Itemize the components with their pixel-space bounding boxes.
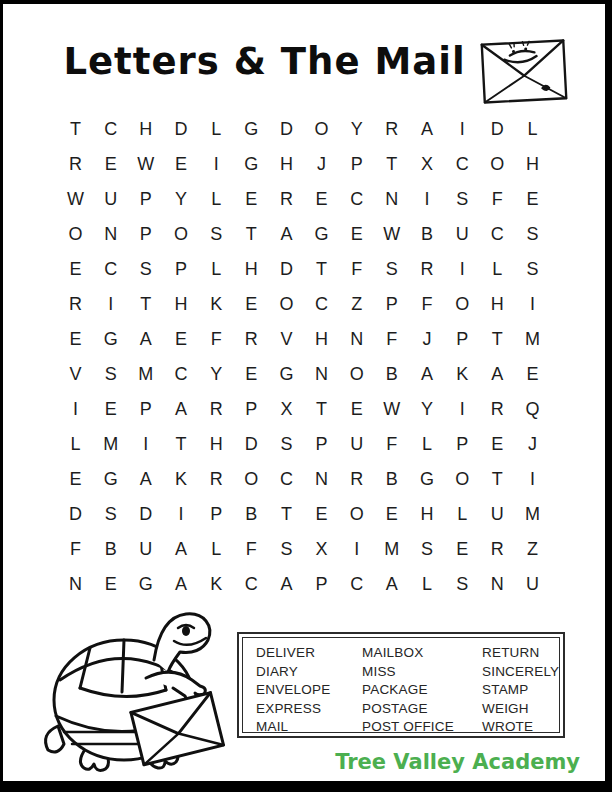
grid-cell-r8c5[interactable]: Y [199,357,234,392]
page-title: Letters & The Mail [42,40,487,83]
grid-cell-r10c2[interactable]: M [93,427,128,462]
grid-cell-r13c6[interactable]: F [234,532,269,567]
grid-cell-r1c9[interactable]: Y [339,112,374,147]
grid-cell-r2c5[interactable]: I [199,147,234,182]
grid-cell-r7c9[interactable]: N [339,322,374,357]
footer-brand: Tree Valley Academy [335,750,580,774]
grid-cell-r3c5[interactable]: L [199,182,234,217]
grid-cell-r12c7[interactable]: T [269,497,304,532]
grid-cell-r7c13[interactable]: T [480,322,515,357]
word-list-item: MAILBOX [362,644,482,663]
grid-cell-r7c10[interactable]: F [374,322,409,357]
grid-cell-r10c9[interactable]: U [339,427,374,462]
grid-cell-r11c6[interactable]: O [234,462,269,497]
grid-cell-r13c10[interactable]: M [374,532,409,567]
grid-cell-r3c4[interactable]: Y [163,182,198,217]
grid-cell-r7c12[interactable]: P [445,322,480,357]
grid-cell-r6c14[interactable]: I [515,287,550,322]
grid-cell-r1c5[interactable]: L [199,112,234,147]
grid-cell-r6c11[interactable]: F [409,287,444,322]
grid-cell-r13c2[interactable]: B [93,532,128,567]
grid-cell-r1c6[interactable]: G [234,112,269,147]
grid-cell-r11c1[interactable]: E [58,462,93,497]
grid-cell-r5c2[interactable]: C [93,252,128,287]
grid-cell-r5c7[interactable]: D [269,252,304,287]
grid-cell-r7c3[interactable]: A [128,322,163,357]
grid-cell-r11c14[interactable]: I [515,462,550,497]
grid-cell-r8c9[interactable]: O [339,357,374,392]
word-list-item: MAIL [256,718,362,737]
grid-cell-r3c12[interactable]: S [445,182,480,217]
grid-cell-r4c2[interactable]: N [93,217,128,252]
grid-cell-r8c14[interactable]: E [515,357,550,392]
grid-cell-r12c5[interactable]: P [199,497,234,532]
grid-cell-r14c13[interactable]: N [480,567,515,602]
grid-cell-r5c14[interactable]: S [515,252,550,287]
grid-cell-r7c7[interactable]: V [269,322,304,357]
grid-cell-r2c14[interactable]: H [515,147,550,182]
grid-cell-r13c5[interactable]: L [199,532,234,567]
word-list-item: EXPRESS [256,700,362,719]
grid-cell-r3c3[interactable]: P [128,182,163,217]
grid-cell-r10c7[interactable]: S [269,427,304,462]
word-list-box: DELIVERDIARYENVELOPEEXPRESSMAILMAILBOXMI… [237,632,565,738]
grid-cell-r6c7[interactable]: O [269,287,304,322]
grid-cell-r4c7[interactable]: A [269,217,304,252]
grid-cell-r6c8[interactable]: C [304,287,339,322]
grid-cell-r3c6[interactable]: E [234,182,269,217]
word-list-item: PACKAGE [362,681,482,700]
grid-cell-r1c12[interactable]: I [445,112,480,147]
grid-cell-r13c3[interactable]: U [128,532,163,567]
grid-cell-r12c12[interactable]: L [445,497,480,532]
grid-cell-r4c8[interactable]: G [304,217,339,252]
grid-cell-r4c4[interactable]: O [163,217,198,252]
grid-cell-r10c11[interactable]: L [409,427,444,462]
grid-cell-r13c12[interactable]: E [445,532,480,567]
grid-cell-r6c5[interactable]: K [199,287,234,322]
grid-cell-r12c9[interactable]: O [339,497,374,532]
grid-cell-r14c11[interactable]: L [409,567,444,602]
grid-cell-r9c14[interactable]: Q [515,392,550,427]
grid-cell-r13c13[interactable]: R [480,532,515,567]
grid-cell-r13c9[interactable]: I [339,532,374,567]
grid-cell-r5c9[interactable]: F [339,252,374,287]
grid-cell-r6c3[interactable]: T [128,287,163,322]
grid-cell-r2c12[interactable]: C [445,147,480,182]
grid-cell-r6c4[interactable]: H [163,287,198,322]
grid-cell-r14c7[interactable]: A [269,567,304,602]
grid-cell-r9c10[interactable]: W [374,392,409,427]
grid-cell-r2c4[interactable]: E [163,147,198,182]
word-list-item: MISS [362,663,482,682]
grid-cell-r10c5[interactable]: H [199,427,234,462]
word-list-item: WEIGH [482,700,559,719]
grid-cell-r8c11[interactable]: A [409,357,444,392]
grid-cell-r6c6[interactable]: E [234,287,269,322]
grid-cell-r4c3[interactable]: P [128,217,163,252]
grid-cell-r9c7[interactable]: X [269,392,304,427]
grid-cell-r9c3[interactable]: P [128,392,163,427]
grid-cell-r6c2[interactable]: I [93,287,128,322]
grid-cell-r11c9[interactable]: R [339,462,374,497]
grid-cell-r3c8[interactable]: E [304,182,339,217]
grid-cell-r12c6[interactable]: B [234,497,269,532]
grid-cell-r12c13[interactable]: U [480,497,515,532]
grid-cell-r3c14[interactable]: E [515,182,550,217]
grid-cell-r5c13[interactable]: L [480,252,515,287]
grid-cell-r5c12[interactable]: I [445,252,480,287]
grid-cell-r11c3[interactable]: A [128,462,163,497]
grid-cell-r1c4[interactable]: D [163,112,198,147]
grid-cell-r3c13[interactable]: F [480,182,515,217]
grid-cell-r14c9[interactable]: C [339,567,374,602]
word-list-item: POST OFFICE [362,718,482,737]
grid-cell-r8c4[interactable]: C [163,357,198,392]
grid-cell-r7c5[interactable]: F [199,322,234,357]
grid-cell-r12c14[interactable]: M [515,497,550,532]
grid-cell-r1c2[interactable]: C [93,112,128,147]
word-list-item: ENVELOPE [256,681,362,700]
grid-cell-r9c8[interactable]: T [304,392,339,427]
grid-cell-r2c8[interactable]: J [304,147,339,182]
grid-cell-r13c11[interactable]: S [409,532,444,567]
grid-cell-r2c13[interactable]: O [480,147,515,182]
grid-cell-r8c13[interactable]: A [480,357,515,392]
grid-cell-r4c6[interactable]: T [234,217,269,252]
grid-cell-r8c2[interactable]: S [93,357,128,392]
grid-cell-r4c5[interactable]: S [199,217,234,252]
grid-cell-r10c3[interactable]: I [128,427,163,462]
grid-cell-r11c5[interactable]: R [199,462,234,497]
grid-cell-r8c3[interactable]: M [128,357,163,392]
grid-cell-r6c1[interactable]: R [58,287,93,322]
grid-cell-r8c7[interactable]: G [269,357,304,392]
grid-cell-r5c6[interactable]: H [234,252,269,287]
grid-cell-r14c3[interactable]: G [128,567,163,602]
grid-cell-r9c6[interactable]: P [234,392,269,427]
grid-cell-r9c9[interactable]: E [339,392,374,427]
grid-cell-r10c8[interactable]: P [304,427,339,462]
grid-cell-r8c10[interactable]: B [374,357,409,392]
grid-cell-r13c4[interactable]: A [163,532,198,567]
grid-cell-r4c10[interactable]: W [374,217,409,252]
grid-cell-r1c8[interactable]: O [304,112,339,147]
word-list-item: RETURN [482,644,559,663]
grid-cell-r4c13[interactable]: C [480,217,515,252]
turtle-carrying-letter [28,608,238,780]
grid-cell-r4c12[interactable]: U [445,217,480,252]
grid-cell-r2c3[interactable]: W [128,147,163,182]
grid-cell-r10c12[interactable]: P [445,427,480,462]
grid-cell-r10c10[interactable]: F [374,427,409,462]
grid-cell-r12c2[interactable]: S [93,497,128,532]
grid-cell-r9c2[interactable]: E [93,392,128,427]
grid-cell-r6c12[interactable]: O [445,287,480,322]
grid-cell-r1c3[interactable]: H [128,112,163,147]
worksheet-page: Letters & The Mail TCHDLGDOYRAIDLREWEIGH… [0,0,612,792]
word-list-item: WROTE [482,718,559,737]
word-list-column: DELIVERDIARYENVELOPEEXPRESSMAIL [256,644,362,737]
grid-cell-r1c10[interactable]: R [374,112,409,147]
grid-cell-r2c6[interactable]: G [234,147,269,182]
grid-cell-r2c9[interactable]: P [339,147,374,182]
grid-cell-r10c14[interactable]: J [515,427,550,462]
grid-cell-r9c13[interactable]: R [480,392,515,427]
grid-cell-r13c7[interactable]: S [269,532,304,567]
grid-cell-r7c2[interactable]: G [93,322,128,357]
grid-cell-r14c8[interactable]: P [304,567,339,602]
grid-cell-r3c11[interactable]: I [409,182,444,217]
grid-cell-r1c11[interactable]: A [409,112,444,147]
grid-cell-r7c6[interactable]: R [234,322,269,357]
grid-cell-r12c8[interactable]: E [304,497,339,532]
word-list-item: SINCERELY [482,663,559,682]
grid-cell-r8c8[interactable]: N [304,357,339,392]
grid-cell-r13c8[interactable]: X [304,532,339,567]
grid-cell-r8c6[interactable]: E [234,357,269,392]
grid-cell-r6c9[interactable]: Z [339,287,374,322]
word-list-column: MAILBOXMISSPACKAGEPOSTAGEPOST OFFICE [362,644,482,737]
grid-cell-r8c1[interactable]: V [58,357,93,392]
grid-cell-r12c1[interactable]: D [58,497,93,532]
grid-cell-r6c10[interactable]: P [374,287,409,322]
grid-cell-r13c14[interactable]: Z [515,532,550,567]
grid-cell-r13c1[interactable]: F [58,532,93,567]
grid-cell-r10c6[interactable]: D [234,427,269,462]
grid-cell-r14c1[interactable]: N [58,567,93,602]
grid-cell-r5c11[interactable]: R [409,252,444,287]
grid-cell-r3c7[interactable]: R [269,182,304,217]
grid-cell-r4c11[interactable]: B [409,217,444,252]
grid-cell-r11c12[interactable]: O [445,462,480,497]
grid-cell-r1c7[interactable]: D [269,112,304,147]
grid-cell-r2c2[interactable]: E [93,147,128,182]
grid-cell-r12c4[interactable]: I [163,497,198,532]
grid-cell-r7c8[interactable]: H [304,322,339,357]
word-list-column: RETURNSINCERELYSTAMPWEIGHWROTE [482,644,559,737]
grid-cell-r12c10[interactable]: E [374,497,409,532]
grid-cell-r5c3[interactable]: S [128,252,163,287]
grid-cell-r11c11[interactable]: G [409,462,444,497]
grid-cell-r2c1[interactable]: R [58,147,93,182]
grid-cell-r9c12[interactable]: I [445,392,480,427]
grid-cell-r14c4[interactable]: A [163,567,198,602]
word-search-grid: TCHDLGDOYRAIDLREWEIGHJPTXCOHWUPYLERECNIS… [58,112,550,602]
grid-cell-r10c1[interactable]: L [58,427,93,462]
grid-cell-r8c12[interactable]: K [445,357,480,392]
grid-cell-r5c4[interactable]: P [163,252,198,287]
grid-cell-r2c10[interactable]: T [374,147,409,182]
grid-cell-r7c1[interactable]: E [58,322,93,357]
grid-cell-r7c14[interactable]: M [515,322,550,357]
grid-cell-r1c14[interactable]: L [515,112,550,147]
grid-cell-r14c5[interactable]: K [199,567,234,602]
grid-cell-r1c13[interactable]: D [480,112,515,147]
grid-cell-r12c3[interactable]: D [128,497,163,532]
grid-cell-r14c2[interactable]: E [93,567,128,602]
grid-cell-r4c9[interactable]: E [339,217,374,252]
grid-cell-r3c9[interactable]: C [339,182,374,217]
grid-cell-r5c5[interactable]: L [199,252,234,287]
smiling-envelope-icon [476,34,572,108]
grid-cell-r7c11[interactable]: J [409,322,444,357]
word-list-item: DIARY [256,663,362,682]
grid-cell-r3c10[interactable]: N [374,182,409,217]
grid-cell-r14c6[interactable]: C [234,567,269,602]
grid-cell-r10c13[interactable]: E [480,427,515,462]
grid-cell-r11c13[interactable]: T [480,462,515,497]
grid-cell-r1c1[interactable]: T [58,112,93,147]
word-list-item: DELIVER [256,644,362,663]
grid-cell-r6c13[interactable]: H [480,287,515,322]
grid-cell-r11c2[interactable]: G [93,462,128,497]
grid-cell-r5c8[interactable]: T [304,252,339,287]
grid-cell-r5c10[interactable]: S [374,252,409,287]
grid-cell-r9c11[interactable]: Y [409,392,444,427]
grid-cell-r14c10[interactable]: A [374,567,409,602]
grid-cell-r11c10[interactable]: B [374,462,409,497]
word-list-item: STAMP [482,681,559,700]
grid-cell-r7c4[interactable]: E [163,322,198,357]
grid-cell-r11c4[interactable]: K [163,462,198,497]
grid-cell-r11c8[interactable]: N [304,462,339,497]
grid-cell-r4c1[interactable]: O [58,217,93,252]
grid-cell-r3c2[interactable]: U [93,182,128,217]
grid-cell-r4c14[interactable]: S [515,217,550,252]
grid-cell-r3c1[interactable]: W [58,182,93,217]
grid-cell-r12c11[interactable]: H [409,497,444,532]
grid-cell-r5c1[interactable]: E [58,252,93,287]
grid-cell-r9c4[interactable]: A [163,392,198,427]
grid-cell-r9c5[interactable]: R [199,392,234,427]
word-list: DELIVERDIARYENVELOPEEXPRESSMAILMAILBOXMI… [242,637,560,733]
grid-cell-r14c12[interactable]: S [445,567,480,602]
grid-cell-r10c4[interactable]: T [163,427,198,462]
grid-cell-r2c11[interactable]: X [409,147,444,182]
grid-cell-r9c1[interactable]: I [58,392,93,427]
grid-cell-r14c14[interactable]: U [515,567,550,602]
word-list-item: POSTAGE [362,700,482,719]
grid-cell-r11c7[interactable]: C [269,462,304,497]
grid-cell-r2c7[interactable]: H [269,147,304,182]
